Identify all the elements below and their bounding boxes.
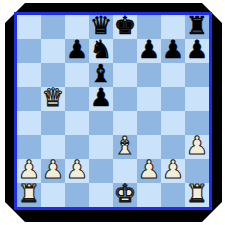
square-f4[interactable] — [137, 111, 161, 135]
square-h1[interactable]: ♜ — [185, 183, 209, 207]
piece-white-bishop[interactable]: ♝ — [113, 134, 137, 158]
piece-black-pawn[interactable]: ♟ — [185, 38, 209, 62]
square-b2[interactable]: ♟ — [41, 159, 65, 183]
piece-black-pawn[interactable]: ♟ — [161, 38, 185, 62]
piece-black-pawn[interactable]: ♟ — [137, 38, 161, 62]
piece-white-queen[interactable]: ♛ — [41, 86, 65, 110]
square-b4[interactable] — [41, 111, 65, 135]
square-e6[interactable] — [113, 63, 137, 87]
square-g1[interactable] — [161, 183, 185, 207]
chess-board: ♛♚♜♟♞♟♟♟♝♛♟♝♟♟♟♟♟♟♜♚♜ — [14, 12, 212, 210]
square-g2[interactable]: ♟ — [161, 159, 185, 183]
piece-white-rook[interactable]: ♜ — [185, 182, 209, 206]
piece-black-pawn[interactable]: ♟ — [65, 38, 89, 62]
square-d1[interactable] — [89, 183, 113, 207]
piece-white-pawn[interactable]: ♟ — [65, 158, 89, 182]
square-f6[interactable] — [137, 63, 161, 87]
square-g4[interactable] — [161, 111, 185, 135]
square-a7[interactable] — [17, 39, 41, 63]
square-a4[interactable] — [17, 111, 41, 135]
square-f5[interactable] — [137, 87, 161, 111]
square-h5[interactable] — [185, 87, 209, 111]
piece-white-king[interactable]: ♚ — [113, 182, 137, 206]
square-e8[interactable]: ♚ — [113, 15, 137, 39]
square-f7[interactable]: ♟ — [137, 39, 161, 63]
square-h6[interactable] — [185, 63, 209, 87]
piece-black-king[interactable]: ♚ — [113, 14, 137, 38]
square-c4[interactable] — [65, 111, 89, 135]
square-e3[interactable]: ♝ — [113, 135, 137, 159]
square-a8[interactable] — [17, 15, 41, 39]
square-d5[interactable]: ♟ — [89, 87, 113, 111]
piece-black-pawn[interactable]: ♟ — [89, 86, 113, 110]
square-a5[interactable] — [17, 87, 41, 111]
square-f2[interactable]: ♟ — [137, 159, 161, 183]
square-b5[interactable]: ♛ — [41, 87, 65, 111]
square-d2[interactable] — [89, 159, 113, 183]
square-b7[interactable] — [41, 39, 65, 63]
square-g7[interactable]: ♟ — [161, 39, 185, 63]
square-d4[interactable] — [89, 111, 113, 135]
square-a1[interactable]: ♜ — [17, 183, 41, 207]
square-c6[interactable] — [65, 63, 89, 87]
square-c7[interactable]: ♟ — [65, 39, 89, 63]
chess-app-canvas: ♛♚♜♟♞♟♟♟♝♛♟♝♟♟♟♟♟♟♜♚♜ — [0, 0, 225, 225]
piece-white-pawn[interactable]: ♟ — [185, 134, 209, 158]
square-g6[interactable] — [161, 63, 185, 87]
square-h7[interactable]: ♟ — [185, 39, 209, 63]
piece-white-pawn[interactable]: ♟ — [161, 158, 185, 182]
square-a6[interactable] — [17, 63, 41, 87]
square-g5[interactable] — [161, 87, 185, 111]
square-c5[interactable] — [65, 87, 89, 111]
piece-white-pawn[interactable]: ♟ — [137, 158, 161, 182]
square-e7[interactable] — [113, 39, 137, 63]
piece-white-rook[interactable]: ♜ — [17, 182, 41, 206]
square-h3[interactable]: ♟ — [185, 135, 209, 159]
square-b8[interactable] — [41, 15, 65, 39]
square-e5[interactable] — [113, 87, 137, 111]
square-c2[interactable]: ♟ — [65, 159, 89, 183]
square-e1[interactable]: ♚ — [113, 183, 137, 207]
square-d3[interactable] — [89, 135, 113, 159]
piece-white-pawn[interactable]: ♟ — [41, 158, 65, 182]
square-c1[interactable] — [65, 183, 89, 207]
square-f1[interactable] — [137, 183, 161, 207]
square-b1[interactable] — [41, 183, 65, 207]
